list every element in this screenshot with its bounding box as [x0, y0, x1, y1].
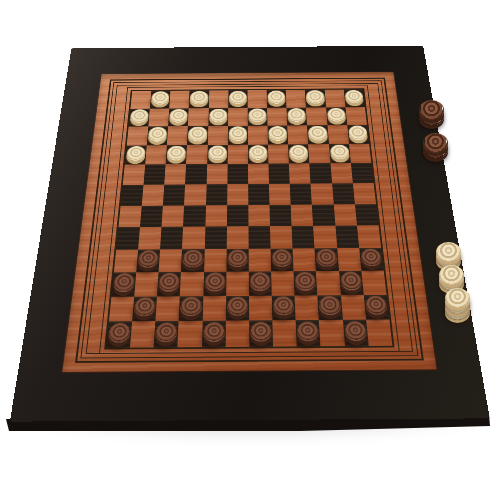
captured-light-stack-3[interactable]: [445, 284, 471, 320]
checker-light: [445, 288, 470, 308]
captured-dark-stack-1[interactable]: [419, 96, 445, 126]
checker-light: [439, 265, 464, 285]
checker-dark: [423, 133, 448, 153]
captured-light-stack-1[interactable]: [436, 238, 462, 268]
captured-dark-stack-2[interactable]: [423, 129, 449, 159]
checker-dark: [419, 100, 444, 120]
captured-stacks-layer: [0, 0, 500, 500]
checker-light: [436, 242, 461, 262]
